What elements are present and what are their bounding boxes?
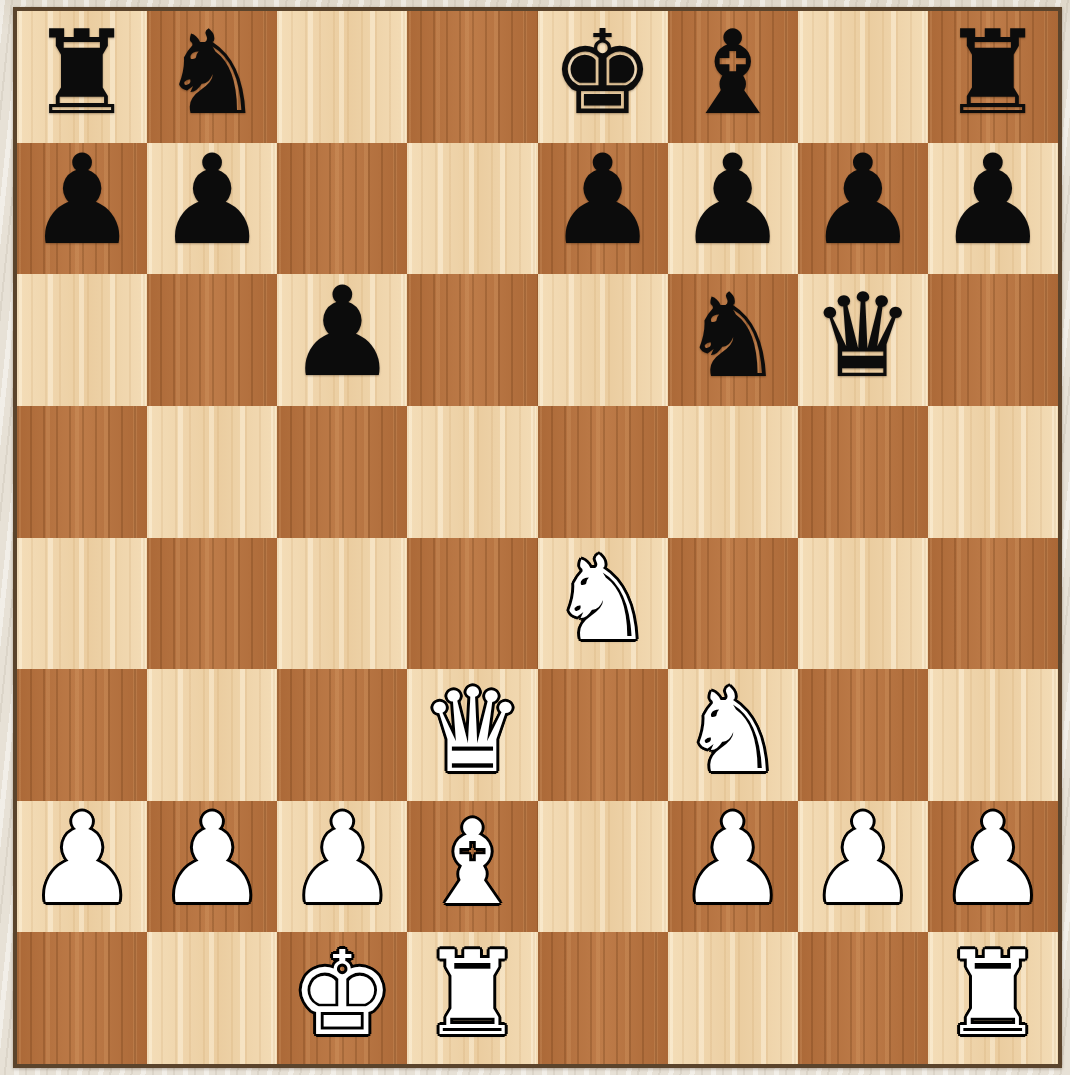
page-background: { "game": "chess", "position": { "fen": … [0,0,1070,1075]
square-c2[interactable]: ♟︎ [277,801,407,933]
square-g2[interactable]: ♟︎ [798,801,928,933]
piece-white-pawn[interactable]: ♟︎ [807,801,918,921]
square-b1[interactable] [147,932,277,1064]
piece-white-king[interactable]: ♚︎ [290,936,394,1052]
square-b8[interactable]: ♞︎ [147,11,277,143]
square-e5[interactable] [538,406,668,538]
piece-white-pawn[interactable]: ♟︎ [677,801,788,921]
piece-black-king[interactable]: ♚︎ [551,15,655,131]
square-f3[interactable]: ♞︎ [668,669,798,801]
square-a4[interactable] [17,538,147,670]
piece-white-queen[interactable]: ♛︎ [420,673,524,789]
square-g6[interactable]: ♛︎ [798,274,928,406]
piece-white-pawn[interactable]: ♟︎ [937,801,1048,921]
square-h8[interactable]: ♜︎ [928,11,1058,143]
square-h1[interactable]: ♜︎ [928,932,1058,1064]
piece-black-knight[interactable]: ♞︎ [681,278,785,394]
piece-black-pawn[interactable]: ♟︎ [157,143,268,263]
square-b2[interactable]: ♟︎ [147,801,277,933]
square-a2[interactable]: ♟︎ [17,801,147,933]
square-e6[interactable] [538,274,668,406]
square-a7[interactable]: ♟︎ [17,143,147,275]
square-a1[interactable] [17,932,147,1064]
square-f4[interactable] [668,538,798,670]
piece-white-knight[interactable]: ♞︎ [681,673,785,789]
square-g1[interactable] [798,932,928,1064]
square-d3[interactable]: ♛︎ [407,669,537,801]
piece-black-knight[interactable]: ♞︎ [160,15,264,131]
square-h2[interactable]: ♟︎ [928,801,1058,933]
piece-black-rook[interactable]: ♜︎ [941,15,1045,131]
square-d5[interactable] [407,406,537,538]
square-d7[interactable] [407,143,537,275]
square-c5[interactable] [277,406,407,538]
square-f7[interactable]: ♟︎ [668,143,798,275]
square-c4[interactable] [277,538,407,670]
square-b4[interactable] [147,538,277,670]
square-g5[interactable] [798,406,928,538]
square-c8[interactable] [277,11,407,143]
piece-black-pawn[interactable]: ♟︎ [287,274,398,394]
square-f6[interactable]: ♞︎ [668,274,798,406]
square-e1[interactable] [538,932,668,1064]
square-g3[interactable] [798,669,928,801]
square-h7[interactable]: ♟︎ [928,143,1058,275]
square-d2[interactable]: ♝︎ [407,801,537,933]
board-grid: ♜︎♞︎♚︎♝︎♜︎♟︎♟︎♟︎♟︎♟︎♟︎♟︎♞︎♛︎♞︎♛︎♞︎♟︎♟︎♟︎… [17,11,1058,1064]
square-b3[interactable] [147,669,277,801]
square-d8[interactable] [407,11,537,143]
piece-white-pawn[interactable]: ♟︎ [287,801,398,921]
piece-white-rook[interactable]: ♜︎ [941,936,1045,1052]
square-e3[interactable] [538,669,668,801]
piece-black-pawn[interactable]: ♟︎ [26,143,137,263]
piece-black-pawn[interactable]: ♟︎ [937,143,1048,263]
square-h4[interactable] [928,538,1058,670]
square-a6[interactable] [17,274,147,406]
piece-white-bishop[interactable]: ♝︎ [420,805,524,921]
piece-black-queen[interactable]: ♛︎ [811,278,915,394]
piece-black-pawn[interactable]: ♟︎ [547,143,658,263]
chess-board-frame: ♜︎♞︎♚︎♝︎♜︎♟︎♟︎♟︎♟︎♟︎♟︎♟︎♞︎♛︎♞︎♛︎♞︎♟︎♟︎♟︎… [13,7,1062,1068]
square-a8[interactable]: ♜︎ [17,11,147,143]
square-g7[interactable]: ♟︎ [798,143,928,275]
square-b7[interactable]: ♟︎ [147,143,277,275]
square-f5[interactable] [668,406,798,538]
square-h3[interactable] [928,669,1058,801]
piece-white-pawn[interactable]: ♟︎ [26,801,137,921]
square-g4[interactable] [798,538,928,670]
square-c3[interactable] [277,669,407,801]
square-c6[interactable]: ♟︎ [277,274,407,406]
piece-white-pawn[interactable]: ♟︎ [157,801,268,921]
square-c1[interactable]: ♚︎ [277,932,407,1064]
square-f8[interactable]: ♝︎ [668,11,798,143]
square-e7[interactable]: ♟︎ [538,143,668,275]
square-f1[interactable] [668,932,798,1064]
square-e2[interactable] [538,801,668,933]
square-c7[interactable] [277,143,407,275]
piece-black-pawn[interactable]: ♟︎ [677,143,788,263]
square-h5[interactable] [928,406,1058,538]
piece-black-rook[interactable]: ♜︎ [30,15,134,131]
square-a3[interactable] [17,669,147,801]
square-d6[interactable] [407,274,537,406]
square-b6[interactable] [147,274,277,406]
square-h6[interactable] [928,274,1058,406]
piece-black-bishop[interactable]: ♝︎ [681,15,785,131]
piece-white-knight[interactable]: ♞︎ [551,541,655,657]
square-f2[interactable]: ♟︎ [668,801,798,933]
piece-black-pawn[interactable]: ♟︎ [807,143,918,263]
square-e8[interactable]: ♚︎ [538,11,668,143]
piece-white-rook[interactable]: ♜︎ [420,936,524,1052]
square-b5[interactable] [147,406,277,538]
square-d4[interactable] [407,538,537,670]
square-a5[interactable] [17,406,147,538]
square-d1[interactable]: ♜︎ [407,932,537,1064]
square-e4[interactable]: ♞︎ [538,538,668,670]
square-g8[interactable] [798,11,928,143]
